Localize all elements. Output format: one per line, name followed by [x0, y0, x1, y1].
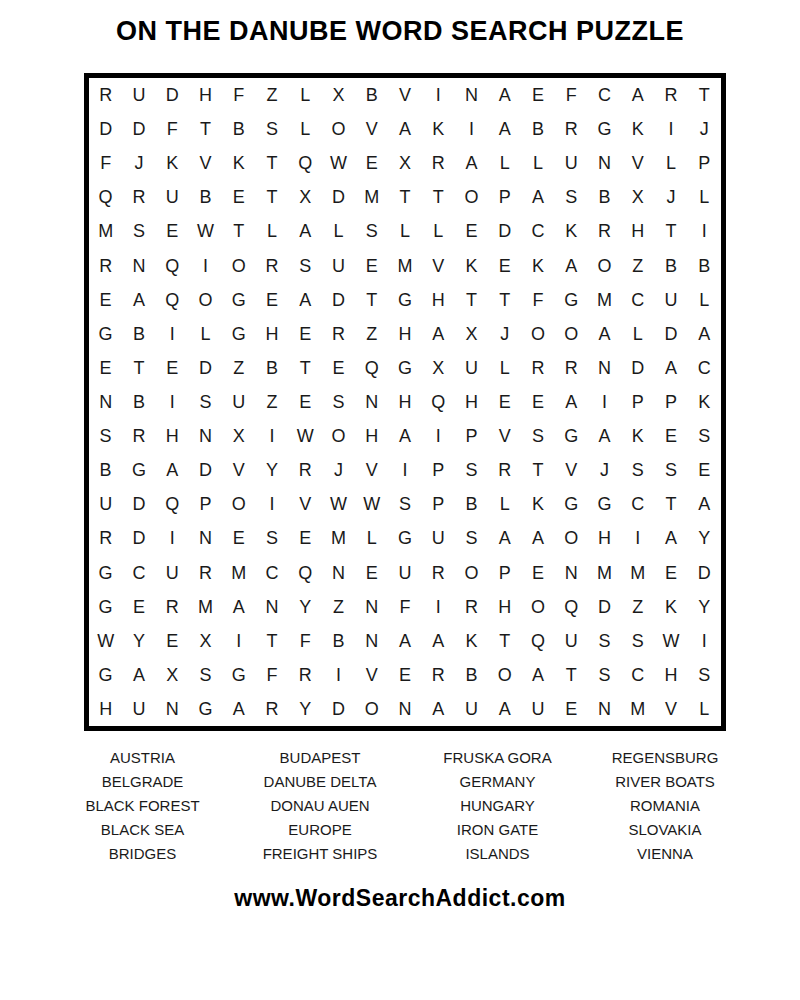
- grid-cell-r9c17[interactable]: D: [621, 351, 654, 385]
- grid-cell-r19c18[interactable]: V: [654, 692, 687, 726]
- grid-cell-r12c1[interactable]: B: [89, 453, 122, 487]
- grid-cell-r15c19[interactable]: D: [688, 555, 721, 589]
- grid-cell-r12c12[interactable]: S: [455, 453, 488, 487]
- grid-cell-r18c19[interactable]: S: [688, 658, 721, 692]
- grid-cell-r13c16[interactable]: G: [588, 487, 621, 521]
- grid-cell-r15c14[interactable]: E: [521, 555, 554, 589]
- grid-cell-r5c19[interactable]: I: [688, 214, 721, 248]
- grid-cell-r4c7[interactable]: X: [289, 180, 322, 214]
- grid-cell-r8c9[interactable]: Z: [355, 317, 388, 351]
- grid-cell-r16c1[interactable]: G: [89, 590, 122, 624]
- grid-cell-r1c9[interactable]: B: [355, 78, 388, 112]
- grid-cell-r1c13[interactable]: A: [488, 78, 521, 112]
- grid-cell-r18c14[interactable]: A: [521, 658, 554, 692]
- grid-cell-r18c9[interactable]: V: [355, 658, 388, 692]
- grid-cell-r8c14[interactable]: O: [521, 317, 554, 351]
- grid-cell-r9c8[interactable]: E: [322, 351, 355, 385]
- grid-cell-r10c11[interactable]: Q: [422, 385, 455, 419]
- grid-cell-r2c3[interactable]: F: [156, 112, 189, 146]
- grid-cell-r13c3[interactable]: Q: [156, 487, 189, 521]
- grid-cell-r13c10[interactable]: S: [388, 487, 421, 521]
- grid-cell-r18c5[interactable]: G: [222, 658, 255, 692]
- grid-cell-r3c7[interactable]: Q: [289, 146, 322, 180]
- grid-cell-r1c2[interactable]: U: [122, 78, 155, 112]
- grid-cell-r10c2[interactable]: B: [122, 385, 155, 419]
- grid-cell-r15c6[interactable]: C: [255, 555, 288, 589]
- grid-cell-r18c2[interactable]: A: [122, 658, 155, 692]
- grid-cell-r16c4[interactable]: M: [189, 590, 222, 624]
- grid-cell-r3c13[interactable]: L: [488, 146, 521, 180]
- grid-cell-r2c4[interactable]: T: [189, 112, 222, 146]
- grid-cell-r9c14[interactable]: R: [521, 351, 554, 385]
- grid-cell-r18c4[interactable]: S: [189, 658, 222, 692]
- grid-cell-r18c7[interactable]: R: [289, 658, 322, 692]
- grid-cell-r16c7[interactable]: Y: [289, 590, 322, 624]
- grid-cell-r12c7[interactable]: R: [289, 453, 322, 487]
- grid-cell-r9c16[interactable]: N: [588, 351, 621, 385]
- grid-cell-r15c1[interactable]: G: [89, 555, 122, 589]
- grid-cell-r10c4[interactable]: S: [189, 385, 222, 419]
- grid-cell-r12c14[interactable]: T: [521, 453, 554, 487]
- grid-cell-r9c4[interactable]: D: [189, 351, 222, 385]
- grid-cell-r19c9[interactable]: O: [355, 692, 388, 726]
- grid-cell-r7c8[interactable]: D: [322, 283, 355, 317]
- grid-cell-r2c10[interactable]: A: [388, 112, 421, 146]
- grid-cell-r6c9[interactable]: E: [355, 249, 388, 283]
- grid-cell-r7c9[interactable]: T: [355, 283, 388, 317]
- grid-cell-r11c1[interactable]: S: [89, 419, 122, 453]
- grid-cell-r3c19[interactable]: P: [688, 146, 721, 180]
- grid-cell-r4c15[interactable]: S: [555, 180, 588, 214]
- grid-cell-r14c12[interactable]: S: [455, 521, 488, 555]
- grid-cell-r10c1[interactable]: N: [89, 385, 122, 419]
- grid-cell-r4c18[interactable]: J: [654, 180, 687, 214]
- grid-cell-r15c16[interactable]: M: [588, 555, 621, 589]
- grid-cell-r9c2[interactable]: T: [122, 351, 155, 385]
- grid-cell-r17c4[interactable]: X: [189, 624, 222, 658]
- grid-cell-r8c18[interactable]: D: [654, 317, 687, 351]
- grid-cell-r19c5[interactable]: A: [222, 692, 255, 726]
- grid-cell-r6c17[interactable]: Z: [621, 249, 654, 283]
- grid-cell-r14c18[interactable]: A: [654, 521, 687, 555]
- grid-cell-r7c17[interactable]: C: [621, 283, 654, 317]
- grid-cell-r18c3[interactable]: X: [156, 658, 189, 692]
- grid-cell-r6c10[interactable]: M: [388, 249, 421, 283]
- grid-cell-r13c15[interactable]: G: [555, 487, 588, 521]
- grid-cell-r14c5[interactable]: E: [222, 521, 255, 555]
- grid-cell-r19c13[interactable]: A: [488, 692, 521, 726]
- grid-cell-r2c18[interactable]: I: [654, 112, 687, 146]
- grid-cell-r19c6[interactable]: R: [255, 692, 288, 726]
- grid-cell-r15c9[interactable]: E: [355, 555, 388, 589]
- grid-cell-r12c19[interactable]: E: [688, 453, 721, 487]
- grid-cell-r11c7[interactable]: W: [289, 419, 322, 453]
- grid-cell-r7c4[interactable]: O: [189, 283, 222, 317]
- grid-cell-r12c18[interactable]: S: [654, 453, 687, 487]
- grid-cell-r12c8[interactable]: J: [322, 453, 355, 487]
- grid-cell-r9c10[interactable]: G: [388, 351, 421, 385]
- grid-cell-r4c11[interactable]: T: [422, 180, 455, 214]
- grid-cell-r12c16[interactable]: J: [588, 453, 621, 487]
- grid-cell-r19c4[interactable]: G: [189, 692, 222, 726]
- grid-cell-r15c2[interactable]: C: [122, 555, 155, 589]
- grid-cell-r8c12[interactable]: X: [455, 317, 488, 351]
- grid-cell-r9c3[interactable]: E: [156, 351, 189, 385]
- grid-cell-r7c11[interactable]: H: [422, 283, 455, 317]
- grid-cell-r6c13[interactable]: E: [488, 249, 521, 283]
- grid-cell-r11c12[interactable]: P: [455, 419, 488, 453]
- grid-cell-r14c15[interactable]: O: [555, 521, 588, 555]
- grid-cell-r13c19[interactable]: A: [688, 487, 721, 521]
- grid-cell-r10c13[interactable]: E: [488, 385, 521, 419]
- grid-cell-r6c3[interactable]: Q: [156, 249, 189, 283]
- grid-cell-r5c9[interactable]: S: [355, 214, 388, 248]
- grid-cell-r6c8[interactable]: U: [322, 249, 355, 283]
- grid-cell-r16c5[interactable]: A: [222, 590, 255, 624]
- grid-cell-r13c12[interactable]: B: [455, 487, 488, 521]
- grid-cell-r9c11[interactable]: X: [422, 351, 455, 385]
- grid-cell-r15c10[interactable]: U: [388, 555, 421, 589]
- grid-cell-r17c9[interactable]: N: [355, 624, 388, 658]
- grid-cell-r16c2[interactable]: E: [122, 590, 155, 624]
- grid-cell-r10c19[interactable]: K: [688, 385, 721, 419]
- grid-cell-r11c5[interactable]: X: [222, 419, 255, 453]
- grid-cell-r3c18[interactable]: L: [654, 146, 687, 180]
- grid-cell-r10c9[interactable]: N: [355, 385, 388, 419]
- grid-cell-r12c6[interactable]: Y: [255, 453, 288, 487]
- grid-cell-r17c14[interactable]: Q: [521, 624, 554, 658]
- grid-cell-r3c9[interactable]: E: [355, 146, 388, 180]
- grid-cell-r10c12[interactable]: H: [455, 385, 488, 419]
- grid-cell-r1c10[interactable]: V: [388, 78, 421, 112]
- grid-cell-r7c2[interactable]: A: [122, 283, 155, 317]
- grid-cell-r2c2[interactable]: D: [122, 112, 155, 146]
- grid-cell-r17c12[interactable]: K: [455, 624, 488, 658]
- grid-cell-r15c15[interactable]: N: [555, 555, 588, 589]
- grid-cell-r7c15[interactable]: G: [555, 283, 588, 317]
- grid-cell-r6c18[interactable]: B: [654, 249, 687, 283]
- grid-cell-r2c5[interactable]: B: [222, 112, 255, 146]
- grid-cell-r4c14[interactable]: A: [521, 180, 554, 214]
- grid-cell-r8c3[interactable]: I: [156, 317, 189, 351]
- grid-cell-r11c10[interactable]: A: [388, 419, 421, 453]
- grid-cell-r14c7[interactable]: E: [289, 521, 322, 555]
- grid-cell-r13c11[interactable]: P: [422, 487, 455, 521]
- grid-cell-r19c14[interactable]: U: [521, 692, 554, 726]
- grid-cell-r1c4[interactable]: H: [189, 78, 222, 112]
- grid-cell-r10c16[interactable]: I: [588, 385, 621, 419]
- grid-cell-r16c17[interactable]: Z: [621, 590, 654, 624]
- grid-cell-r17c7[interactable]: F: [289, 624, 322, 658]
- grid-cell-r7c1[interactable]: E: [89, 283, 122, 317]
- grid-cell-r17c5[interactable]: I: [222, 624, 255, 658]
- grid-cell-r11c3[interactable]: H: [156, 419, 189, 453]
- grid-cell-r5c11[interactable]: L: [422, 214, 455, 248]
- grid-cell-r2c14[interactable]: B: [521, 112, 554, 146]
- grid-cell-r8c1[interactable]: G: [89, 317, 122, 351]
- grid-cell-r13c14[interactable]: K: [521, 487, 554, 521]
- grid-cell-r14c1[interactable]: R: [89, 521, 122, 555]
- grid-cell-r5c1[interactable]: M: [89, 214, 122, 248]
- grid-cell-r3c8[interactable]: W: [322, 146, 355, 180]
- grid-cell-r13c9[interactable]: W: [355, 487, 388, 521]
- grid-cell-r5c8[interactable]: L: [322, 214, 355, 248]
- grid-cell-r13c1[interactable]: U: [89, 487, 122, 521]
- grid-cell-r11c6[interactable]: I: [255, 419, 288, 453]
- grid-cell-r8c6[interactable]: H: [255, 317, 288, 351]
- grid-cell-r4c16[interactable]: B: [588, 180, 621, 214]
- grid-cell-r11c4[interactable]: N: [189, 419, 222, 453]
- grid-cell-r9c5[interactable]: Z: [222, 351, 255, 385]
- grid-cell-r18c18[interactable]: H: [654, 658, 687, 692]
- grid-cell-r2c8[interactable]: O: [322, 112, 355, 146]
- grid-cell-r6c11[interactable]: V: [422, 249, 455, 283]
- grid-cell-r15c13[interactable]: P: [488, 555, 521, 589]
- grid-cell-r7c10[interactable]: G: [388, 283, 421, 317]
- grid-cell-r1c18[interactable]: R: [654, 78, 687, 112]
- grid-cell-r2c16[interactable]: G: [588, 112, 621, 146]
- grid-cell-r19c16[interactable]: N: [588, 692, 621, 726]
- grid-cell-r8c15[interactable]: O: [555, 317, 588, 351]
- grid-cell-r19c12[interactable]: U: [455, 692, 488, 726]
- grid-cell-r10c14[interactable]: E: [521, 385, 554, 419]
- grid-cell-r8c4[interactable]: L: [189, 317, 222, 351]
- grid-cell-r12c3[interactable]: A: [156, 453, 189, 487]
- grid-cell-r1c14[interactable]: E: [521, 78, 554, 112]
- grid-cell-r13c6[interactable]: I: [255, 487, 288, 521]
- grid-cell-r18c16[interactable]: S: [588, 658, 621, 692]
- grid-cell-r14c6[interactable]: S: [255, 521, 288, 555]
- grid-cell-r17c18[interactable]: W: [654, 624, 687, 658]
- grid-cell-r12c10[interactable]: I: [388, 453, 421, 487]
- grid-cell-r12c17[interactable]: S: [621, 453, 654, 487]
- grid-cell-r15c17[interactable]: M: [621, 555, 654, 589]
- grid-cell-r17c3[interactable]: E: [156, 624, 189, 658]
- grid-cell-r19c7[interactable]: Y: [289, 692, 322, 726]
- grid-cell-r2c13[interactable]: A: [488, 112, 521, 146]
- grid-cell-r3c17[interactable]: V: [621, 146, 654, 180]
- grid-cell-r6c19[interactable]: B: [688, 249, 721, 283]
- grid-cell-r2c7[interactable]: L: [289, 112, 322, 146]
- grid-cell-r12c5[interactable]: V: [222, 453, 255, 487]
- grid-cell-r7c7[interactable]: A: [289, 283, 322, 317]
- grid-cell-r7c5[interactable]: G: [222, 283, 255, 317]
- grid-cell-r15c12[interactable]: O: [455, 555, 488, 589]
- grid-cell-r14c14[interactable]: A: [521, 521, 554, 555]
- grid-cell-r18c17[interactable]: C: [621, 658, 654, 692]
- grid-cell-r1c15[interactable]: F: [555, 78, 588, 112]
- grid-cell-r5c13[interactable]: D: [488, 214, 521, 248]
- grid-cell-r13c7[interactable]: V: [289, 487, 322, 521]
- grid-cell-r13c18[interactable]: T: [654, 487, 687, 521]
- grid-cell-r4c3[interactable]: U: [156, 180, 189, 214]
- grid-cell-r16c18[interactable]: K: [654, 590, 687, 624]
- grid-cell-r9c9[interactable]: Q: [355, 351, 388, 385]
- grid-cell-r19c3[interactable]: N: [156, 692, 189, 726]
- grid-cell-r4c17[interactable]: X: [621, 180, 654, 214]
- grid-cell-r1c19[interactable]: T: [688, 78, 721, 112]
- grid-cell-r11c14[interactable]: S: [521, 419, 554, 453]
- grid-cell-r18c15[interactable]: T: [555, 658, 588, 692]
- grid-cell-r6c1[interactable]: R: [89, 249, 122, 283]
- grid-cell-r13c5[interactable]: O: [222, 487, 255, 521]
- grid-cell-r16c10[interactable]: F: [388, 590, 421, 624]
- grid-cell-r3c14[interactable]: L: [521, 146, 554, 180]
- grid-cell-r14c11[interactable]: U: [422, 521, 455, 555]
- grid-cell-r3c6[interactable]: T: [255, 146, 288, 180]
- grid-cell-r2c12[interactable]: I: [455, 112, 488, 146]
- grid-cell-r16c8[interactable]: Z: [322, 590, 355, 624]
- grid-cell-r1c8[interactable]: X: [322, 78, 355, 112]
- grid-cell-r12c15[interactable]: V: [555, 453, 588, 487]
- grid-cell-r4c9[interactable]: M: [355, 180, 388, 214]
- grid-cell-r12c11[interactable]: P: [422, 453, 455, 487]
- grid-cell-r15c3[interactable]: U: [156, 555, 189, 589]
- grid-cell-r18c12[interactable]: B: [455, 658, 488, 692]
- grid-cell-r8c10[interactable]: H: [388, 317, 421, 351]
- grid-cell-r1c5[interactable]: F: [222, 78, 255, 112]
- grid-cell-r17c8[interactable]: B: [322, 624, 355, 658]
- grid-cell-r8c17[interactable]: L: [621, 317, 654, 351]
- grid-cell-r17c16[interactable]: S: [588, 624, 621, 658]
- grid-cell-r19c15[interactable]: E: [555, 692, 588, 726]
- grid-cell-r9c15[interactable]: R: [555, 351, 588, 385]
- grid-cell-r6c15[interactable]: A: [555, 249, 588, 283]
- grid-cell-r8c11[interactable]: A: [422, 317, 455, 351]
- grid-cell-r5c2[interactable]: S: [122, 214, 155, 248]
- grid-cell-r2c9[interactable]: V: [355, 112, 388, 146]
- grid-cell-r13c8[interactable]: W: [322, 487, 355, 521]
- grid-cell-r7c14[interactable]: F: [521, 283, 554, 317]
- grid-cell-r19c17[interactable]: M: [621, 692, 654, 726]
- grid-cell-r9c6[interactable]: B: [255, 351, 288, 385]
- grid-cell-r2c6[interactable]: S: [255, 112, 288, 146]
- grid-cell-r6c16[interactable]: O: [588, 249, 621, 283]
- grid-cell-r9c13[interactable]: L: [488, 351, 521, 385]
- grid-cell-r6c6[interactable]: R: [255, 249, 288, 283]
- grid-cell-r4c12[interactable]: O: [455, 180, 488, 214]
- grid-cell-r19c11[interactable]: A: [422, 692, 455, 726]
- grid-cell-r17c15[interactable]: U: [555, 624, 588, 658]
- grid-cell-r3c11[interactable]: R: [422, 146, 455, 180]
- grid-cell-r6c4[interactable]: I: [189, 249, 222, 283]
- grid-cell-r17c10[interactable]: A: [388, 624, 421, 658]
- grid-cell-r14c10[interactable]: G: [388, 521, 421, 555]
- grid-cell-r6c7[interactable]: S: [289, 249, 322, 283]
- grid-cell-r7c18[interactable]: U: [654, 283, 687, 317]
- grid-cell-r15c11[interactable]: R: [422, 555, 455, 589]
- grid-cell-r14c16[interactable]: H: [588, 521, 621, 555]
- grid-cell-r10c18[interactable]: P: [654, 385, 687, 419]
- grid-cell-r11c11[interactable]: I: [422, 419, 455, 453]
- grid-cell-r1c6[interactable]: Z: [255, 78, 288, 112]
- grid-cell-r13c17[interactable]: C: [621, 487, 654, 521]
- grid-cell-r18c10[interactable]: E: [388, 658, 421, 692]
- grid-cell-r17c17[interactable]: S: [621, 624, 654, 658]
- grid-cell-r3c16[interactable]: N: [588, 146, 621, 180]
- grid-cell-r8c8[interactable]: R: [322, 317, 355, 351]
- grid-cell-r17c6[interactable]: T: [255, 624, 288, 658]
- grid-cell-r12c2[interactable]: G: [122, 453, 155, 487]
- grid-cell-r13c4[interactable]: P: [189, 487, 222, 521]
- grid-cell-r18c6[interactable]: F: [255, 658, 288, 692]
- grid-cell-r11c2[interactable]: R: [122, 419, 155, 453]
- grid-cell-r1c11[interactable]: I: [422, 78, 455, 112]
- grid-cell-r16c19[interactable]: Y: [688, 590, 721, 624]
- grid-cell-r11c16[interactable]: A: [588, 419, 621, 453]
- grid-cell-r16c9[interactable]: N: [355, 590, 388, 624]
- grid-cell-r2c15[interactable]: R: [555, 112, 588, 146]
- grid-cell-r3c10[interactable]: X: [388, 146, 421, 180]
- grid-cell-r4c10[interactable]: T: [388, 180, 421, 214]
- grid-cell-r16c12[interactable]: R: [455, 590, 488, 624]
- grid-cell-r16c13[interactable]: H: [488, 590, 521, 624]
- grid-cell-r2c11[interactable]: K: [422, 112, 455, 146]
- grid-cell-r17c11[interactable]: A: [422, 624, 455, 658]
- grid-cell-r10c8[interactable]: S: [322, 385, 355, 419]
- grid-cell-r8c16[interactable]: A: [588, 317, 621, 351]
- grid-cell-r4c4[interactable]: B: [189, 180, 222, 214]
- grid-cell-r5c5[interactable]: T: [222, 214, 255, 248]
- grid-cell-r4c6[interactable]: T: [255, 180, 288, 214]
- grid-cell-r16c3[interactable]: R: [156, 590, 189, 624]
- grid-cell-r4c5[interactable]: E: [222, 180, 255, 214]
- grid-cell-r7c19[interactable]: L: [688, 283, 721, 317]
- grid-cell-r8c2[interactable]: B: [122, 317, 155, 351]
- grid-cell-r3c2[interactable]: J: [122, 146, 155, 180]
- grid-cell-r16c15[interactable]: Q: [555, 590, 588, 624]
- grid-cell-r15c7[interactable]: Q: [289, 555, 322, 589]
- grid-cell-r16c11[interactable]: I: [422, 590, 455, 624]
- grid-cell-r5c6[interactable]: L: [255, 214, 288, 248]
- grid-cell-r1c12[interactable]: N: [455, 78, 488, 112]
- grid-cell-r13c13[interactable]: L: [488, 487, 521, 521]
- grid-cell-r15c4[interactable]: R: [189, 555, 222, 589]
- grid-cell-r5c4[interactable]: W: [189, 214, 222, 248]
- grid-cell-r14c8[interactable]: M: [322, 521, 355, 555]
- grid-cell-r18c11[interactable]: R: [422, 658, 455, 692]
- grid-cell-r17c1[interactable]: W: [89, 624, 122, 658]
- grid-cell-r9c12[interactable]: U: [455, 351, 488, 385]
- grid-cell-r11c19[interactable]: S: [688, 419, 721, 453]
- grid-cell-r14c13[interactable]: A: [488, 521, 521, 555]
- grid-cell-r7c3[interactable]: Q: [156, 283, 189, 317]
- grid-cell-r10c7[interactable]: E: [289, 385, 322, 419]
- grid-cell-r4c2[interactable]: R: [122, 180, 155, 214]
- grid-cell-r14c17[interactable]: I: [621, 521, 654, 555]
- grid-cell-r15c5[interactable]: M: [222, 555, 255, 589]
- grid-cell-r12c9[interactable]: V: [355, 453, 388, 487]
- grid-cell-r19c2[interactable]: U: [122, 692, 155, 726]
- grid-cell-r9c1[interactable]: E: [89, 351, 122, 385]
- grid-cell-r15c8[interactable]: N: [322, 555, 355, 589]
- grid-cell-r14c9[interactable]: L: [355, 521, 388, 555]
- grid-cell-r11c17[interactable]: K: [621, 419, 654, 453]
- grid-cell-r16c6[interactable]: N: [255, 590, 288, 624]
- grid-cell-r11c9[interactable]: H: [355, 419, 388, 453]
- grid-cell-r10c3[interactable]: I: [156, 385, 189, 419]
- grid-cell-r14c4[interactable]: N: [189, 521, 222, 555]
- grid-cell-r18c8[interactable]: I: [322, 658, 355, 692]
- grid-cell-r18c13[interactable]: O: [488, 658, 521, 692]
- grid-cell-r14c2[interactable]: D: [122, 521, 155, 555]
- grid-cell-r10c6[interactable]: Z: [255, 385, 288, 419]
- grid-cell-r1c17[interactable]: A: [621, 78, 654, 112]
- grid-cell-r7c6[interactable]: E: [255, 283, 288, 317]
- grid-cell-r19c10[interactable]: N: [388, 692, 421, 726]
- grid-cell-r9c7[interactable]: T: [289, 351, 322, 385]
- grid-cell-r17c2[interactable]: Y: [122, 624, 155, 658]
